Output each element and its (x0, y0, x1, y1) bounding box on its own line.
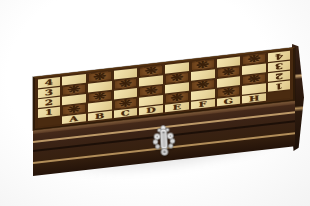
file-label-f-text: F (199, 100, 207, 109)
file-label-e-text: E (173, 103, 181, 112)
rank-label-left-3-text: 3 (45, 88, 53, 98)
file-label-b-text: B (95, 111, 104, 120)
file-label-g-text: G (224, 97, 233, 106)
corner-cell-left (38, 117, 60, 127)
file-label-f: F (191, 99, 215, 109)
file-label-g: G (217, 96, 241, 106)
file-label-h: H (242, 93, 266, 103)
rank-label-left-4-text: 4 (45, 78, 53, 88)
rank-label-right-2-text: 2 (275, 71, 283, 81)
rank-label-right-4-text: 4 (275, 52, 283, 62)
rank-label-right-3-text: 3 (275, 62, 283, 72)
file-label-b: B (88, 111, 112, 121)
file-label-e: E (165, 102, 189, 112)
file-label-a-text: A (70, 114, 79, 123)
rank-label-left-2-text: 2 (45, 98, 53, 108)
file-label-c: C (114, 108, 138, 118)
file-label-a: A (62, 114, 86, 124)
rank-label-left-1-text: 1 (45, 108, 53, 118)
clasp-latch-icon (150, 124, 178, 159)
rank-label-right-1-text: 1 (275, 81, 283, 91)
file-label-d: D (139, 105, 163, 115)
file-label-h-text: H (249, 94, 259, 103)
file-label-c-text: C (121, 108, 130, 117)
corner-cell-right (268, 90, 290, 100)
chess-box-photo: 4❋❋❋❋43❋❋❋❋32❋❋❋❋21❋❋❋❋1ABCDEFGH (0, 0, 310, 206)
file-label-d-text: D (146, 105, 156, 114)
